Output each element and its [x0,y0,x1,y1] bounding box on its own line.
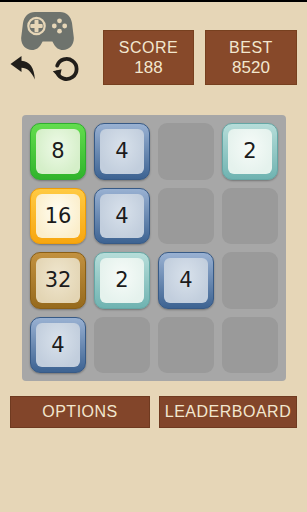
app-screen: SCORE 188 BEST 8520 84216432244 OPTIONS … [0,0,307,512]
tile-16: 16 [30,188,86,245]
best-value: 8520 [232,58,270,78]
empty-cell [222,252,278,309]
tile-4: 4 [30,317,86,374]
restart-icon [52,54,81,83]
tile-4: 4 [94,188,150,245]
undo-icon [8,55,37,82]
empty-cell [222,317,278,374]
tile-value: 32 [36,258,80,303]
empty-cell [158,123,214,180]
tile-4: 4 [158,252,214,309]
tile-value: 16 [36,194,80,239]
score-label: SCORE [119,38,178,58]
tile-value: 4 [100,194,144,239]
tile-2: 2 [94,252,150,309]
gamepad-icon [21,11,74,51]
best-label: BEST [229,38,273,58]
tile-4: 4 [94,123,150,180]
score-value: 188 [134,58,162,78]
tile-8: 8 [30,123,86,180]
undo-button[interactable] [8,55,37,82]
restart-button[interactable] [52,54,81,83]
tile-2: 2 [222,123,278,180]
leaderboard-button[interactable]: LEADERBOARD [159,396,297,428]
tile-value: 4 [100,129,144,174]
tile-value: 2 [228,129,272,174]
empty-cell [158,317,214,374]
tile-value: 8 [36,129,80,174]
tile-value: 4 [164,258,208,303]
options-button[interactable]: OPTIONS [10,396,150,428]
tile-value: 4 [36,323,80,368]
empty-cell [94,317,150,374]
score-box: SCORE 188 [103,30,194,85]
tile-32: 32 [30,252,86,309]
tile-value: 2 [100,258,144,303]
empty-cell [158,188,214,245]
empty-cell [222,188,278,245]
board[interactable]: 84216432244 [22,115,286,381]
best-box: BEST 8520 [205,30,297,85]
status-bar [0,0,307,2]
